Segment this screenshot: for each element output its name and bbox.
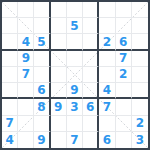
cell-r7c9[interactable] (132, 99, 148, 115)
given-digit: 9 (22, 52, 30, 64)
cell-r6c4[interactable] (51, 83, 67, 99)
cell-r3c3[interactable]: 5 (34, 34, 50, 50)
cell-r5c7[interactable] (99, 67, 115, 83)
cell-r4c4[interactable] (51, 51, 67, 67)
cell-r1c1[interactable] (2, 2, 18, 18)
cell-r1c3[interactable] (34, 2, 50, 18)
cell-r5c9[interactable] (132, 67, 148, 83)
cell-r6c7[interactable]: 4 (99, 83, 115, 99)
cell-r7c8[interactable] (116, 99, 132, 115)
given-digit: 6 (103, 134, 111, 146)
given-digit: 7 (103, 101, 111, 113)
cell-r2c4[interactable] (51, 18, 67, 34)
given-digit: 4 (22, 36, 30, 48)
given-digit: 7 (5, 117, 13, 129)
given-digit: 6 (86, 101, 94, 113)
cell-r8c3[interactable] (34, 116, 50, 132)
cell-r3c9[interactable] (132, 34, 148, 50)
given-digit: 7 (22, 68, 30, 80)
cell-r8c2[interactable] (18, 116, 34, 132)
given-digit: 6 (37, 84, 45, 96)
given-digit: 6 (119, 36, 127, 48)
cell-r2c8[interactable] (116, 18, 132, 34)
cell-r3c6[interactable] (83, 34, 99, 50)
sudoku-board: 545269772694893677249763 (0, 0, 150, 150)
cell-r1c8[interactable] (116, 2, 132, 18)
cell-r7c1[interactable] (2, 99, 18, 115)
cell-r4c2[interactable]: 9 (18, 51, 34, 67)
cell-r2c9[interactable] (132, 18, 148, 34)
cell-r7c2[interactable] (18, 99, 34, 115)
given-digit: 8 (37, 101, 45, 113)
given-digit: 4 (103, 84, 111, 96)
cell-r3c1[interactable] (2, 34, 18, 50)
given-digit: 4 (5, 134, 13, 146)
given-digit: 2 (103, 36, 111, 48)
cell-r1c9[interactable] (132, 2, 148, 18)
cell-r5c5[interactable] (67, 67, 83, 83)
cell-r1c6[interactable] (83, 2, 99, 18)
cell-r6c5[interactable]: 9 (67, 83, 83, 99)
cell-r6c2[interactable] (18, 83, 34, 99)
cell-r7c7[interactable]: 7 (99, 99, 115, 115)
cell-r1c4[interactable] (51, 2, 67, 18)
cell-r9c4[interactable] (51, 132, 67, 148)
cell-r4c1[interactable] (2, 51, 18, 67)
cell-r3c4[interactable] (51, 34, 67, 50)
cell-r3c2[interactable]: 4 (18, 34, 34, 50)
given-digit: 5 (37, 36, 45, 48)
cell-r2c5[interactable]: 5 (67, 18, 83, 34)
cell-r4c8[interactable]: 7 (116, 51, 132, 67)
given-digit: 5 (70, 20, 78, 32)
cell-r8c5[interactable] (67, 116, 83, 132)
cell-r1c7[interactable] (99, 2, 115, 18)
cell-r1c2[interactable] (18, 2, 34, 18)
cell-r9c8[interactable] (116, 132, 132, 148)
cell-r8c8[interactable] (116, 116, 132, 132)
cell-r5c8[interactable]: 2 (116, 67, 132, 83)
cell-r9c6[interactable] (83, 132, 99, 148)
cell-r9c7[interactable]: 6 (99, 132, 115, 148)
cell-r8c7[interactable] (99, 116, 115, 132)
cell-r8c1[interactable]: 7 (2, 116, 18, 132)
given-digit: 7 (119, 52, 127, 64)
cell-r3c8[interactable]: 6 (116, 34, 132, 50)
cell-r9c1[interactable]: 4 (2, 132, 18, 148)
cell-r5c6[interactable] (83, 67, 99, 83)
cell-r7c3[interactable]: 8 (34, 99, 50, 115)
cell-r8c6[interactable] (83, 116, 99, 132)
given-digit: 3 (70, 101, 78, 113)
cell-r5c2[interactable]: 7 (18, 67, 34, 83)
cell-r4c7[interactable] (99, 51, 115, 67)
cell-r6c6[interactable] (83, 83, 99, 99)
given-digit: 2 (136, 117, 144, 129)
cell-r3c5[interactable] (67, 34, 83, 50)
cell-r7c6[interactable]: 6 (83, 99, 99, 115)
cell-r2c3[interactable] (34, 18, 50, 34)
cell-r9c3[interactable]: 9 (34, 132, 50, 148)
cell-r5c1[interactable] (2, 67, 18, 83)
cell-r2c2[interactable] (18, 18, 34, 34)
cell-r1c5[interactable] (67, 2, 83, 18)
given-digit: 9 (54, 101, 62, 113)
cell-r9c2[interactable] (18, 132, 34, 148)
cell-r4c3[interactable] (34, 51, 50, 67)
cell-r5c4[interactable] (51, 67, 67, 83)
cell-r2c1[interactable] (2, 18, 18, 34)
sudoku-grid: 545269772694893677249763 (2, 2, 148, 148)
given-digit: 3 (136, 134, 144, 146)
cell-r7c5[interactable]: 3 (67, 99, 83, 115)
cell-r5c3[interactable] (34, 67, 50, 83)
given-digit: 9 (70, 84, 78, 96)
cell-r2c6[interactable] (83, 18, 99, 34)
cell-r4c5[interactable] (67, 51, 83, 67)
cell-r7c4[interactable]: 9 (51, 99, 67, 115)
cell-r4c9[interactable] (132, 51, 148, 67)
cell-r2c7[interactable] (99, 18, 115, 34)
cell-r6c3[interactable]: 6 (34, 83, 50, 99)
cell-r9c9[interactable]: 3 (132, 132, 148, 148)
given-digit: 2 (119, 68, 127, 80)
given-digit: 7 (70, 134, 78, 146)
cell-r8c4[interactable] (51, 116, 67, 132)
cell-r6c8[interactable] (116, 83, 132, 99)
cell-r9c5[interactable]: 7 (67, 132, 83, 148)
cell-r3c7[interactable]: 2 (99, 34, 115, 50)
cell-r4c6[interactable] (83, 51, 99, 67)
cell-r8c9[interactable]: 2 (132, 116, 148, 132)
cell-r6c9[interactable] (132, 83, 148, 99)
given-digit: 9 (37, 134, 45, 146)
cell-r6c1[interactable] (2, 83, 18, 99)
